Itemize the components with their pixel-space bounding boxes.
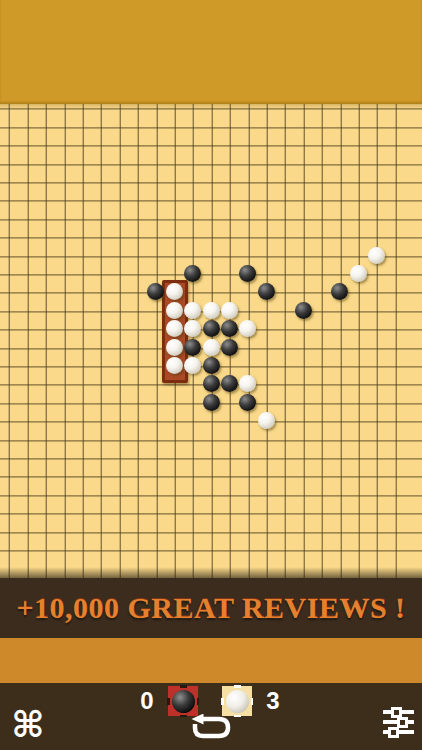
black-stone (239, 265, 256, 282)
white-stone (184, 320, 201, 337)
white-stone (258, 412, 275, 429)
white-stone (166, 357, 183, 374)
app-screen: +10,000 GREAT REVIEWS ! ⌘ 0 3 (0, 0, 422, 750)
black-stone (239, 394, 256, 411)
black-stone (203, 357, 220, 374)
white-stone (239, 320, 256, 337)
white-stone (166, 302, 183, 319)
command-icon[interactable]: ⌘ (8, 704, 48, 746)
black-stone (184, 339, 201, 356)
black-stone (221, 320, 238, 337)
white-stone (184, 357, 201, 374)
white-stone (203, 302, 220, 319)
black-stone (203, 320, 220, 337)
white-stone (239, 375, 256, 392)
slider-row (383, 730, 414, 734)
white-stone (368, 247, 385, 264)
white-stone (350, 265, 367, 282)
reviews-banner: +10,000 GREAT REVIEWS ! (0, 578, 422, 638)
board-bottom-shadow (0, 567, 422, 578)
black-stone-icon (172, 690, 195, 713)
sliders-settings-icon[interactable] (383, 710, 414, 742)
slider-row (383, 720, 414, 724)
white-stone (184, 302, 201, 319)
white-stone (203, 339, 220, 356)
black-stone (221, 375, 238, 392)
top-gold-band (0, 0, 422, 104)
white-stone-indicator (222, 686, 252, 716)
white-stone (166, 339, 183, 356)
black-stone-indicator (168, 686, 198, 716)
slider-row (383, 710, 414, 714)
reviews-banner-text: +10,000 GREAT REVIEWS ! (16, 591, 405, 625)
white-stone (166, 320, 183, 337)
black-stone (258, 283, 275, 300)
black-score-count: 0 (132, 687, 162, 715)
black-stone (203, 394, 220, 411)
white-stone (166, 283, 183, 300)
black-stone (295, 302, 312, 319)
white-score-count: 3 (258, 687, 288, 715)
black-stone (203, 375, 220, 392)
undo-icon[interactable] (190, 714, 232, 742)
white-stone (221, 302, 238, 319)
black-stone (221, 339, 238, 356)
white-stone-icon (226, 690, 249, 713)
black-stone (331, 283, 348, 300)
board-top-shadow (0, 104, 422, 109)
black-stone (184, 265, 201, 282)
orange-band (0, 638, 422, 683)
game-board[interactable] (0, 104, 422, 578)
